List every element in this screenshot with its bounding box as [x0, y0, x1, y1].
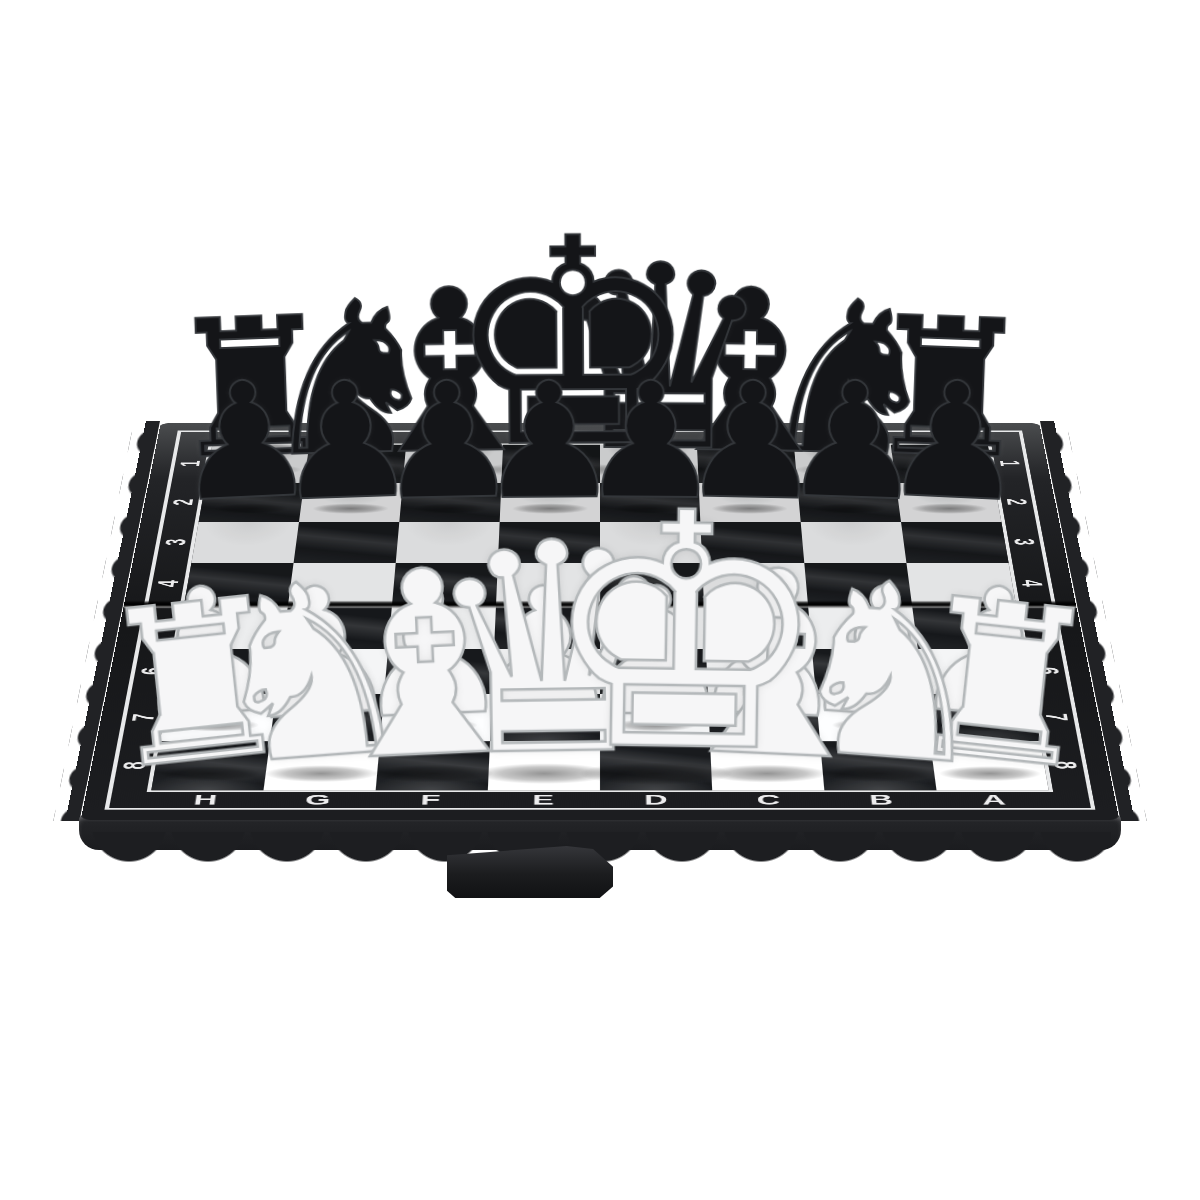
file-label-b: B [852, 791, 910, 809]
square-a2 [896, 483, 1002, 522]
rank-label-left-3: 3 [155, 532, 196, 552]
chess-board: HGFEDCBA1122334455667788♜♞♝♚♛♝♞♜♟♟♟♟♟♟♟♟… [81, 423, 1120, 819]
scene: HGFEDCBA1122334455667788♜♞♝♚♛♝♞♜♟♟♟♟♟♟♟♟… [0, 0, 1200, 1200]
square-a1 [891, 445, 995, 483]
file-label-h: H [176, 791, 235, 809]
product-photo-chess-set: { "game": { "type": "chess", "scene": "f… [0, 0, 1200, 1200]
piece-reflection [299, 483, 403, 522]
file-label-a: A [965, 791, 1024, 809]
square-f1 [403, 445, 503, 483]
piece-white-king-d8: ♚ [537, 470, 780, 798]
piece-reflection [403, 445, 503, 483]
square-h2 [199, 483, 305, 522]
square-g2 [299, 483, 403, 522]
file-label-g: G [289, 791, 347, 809]
piece-reflection [896, 483, 1002, 522]
rank-label-right-3: 3 [1004, 532, 1045, 552]
square-g1 [304, 445, 406, 483]
square-h1 [206, 445, 310, 483]
piece-reflection [206, 445, 310, 483]
